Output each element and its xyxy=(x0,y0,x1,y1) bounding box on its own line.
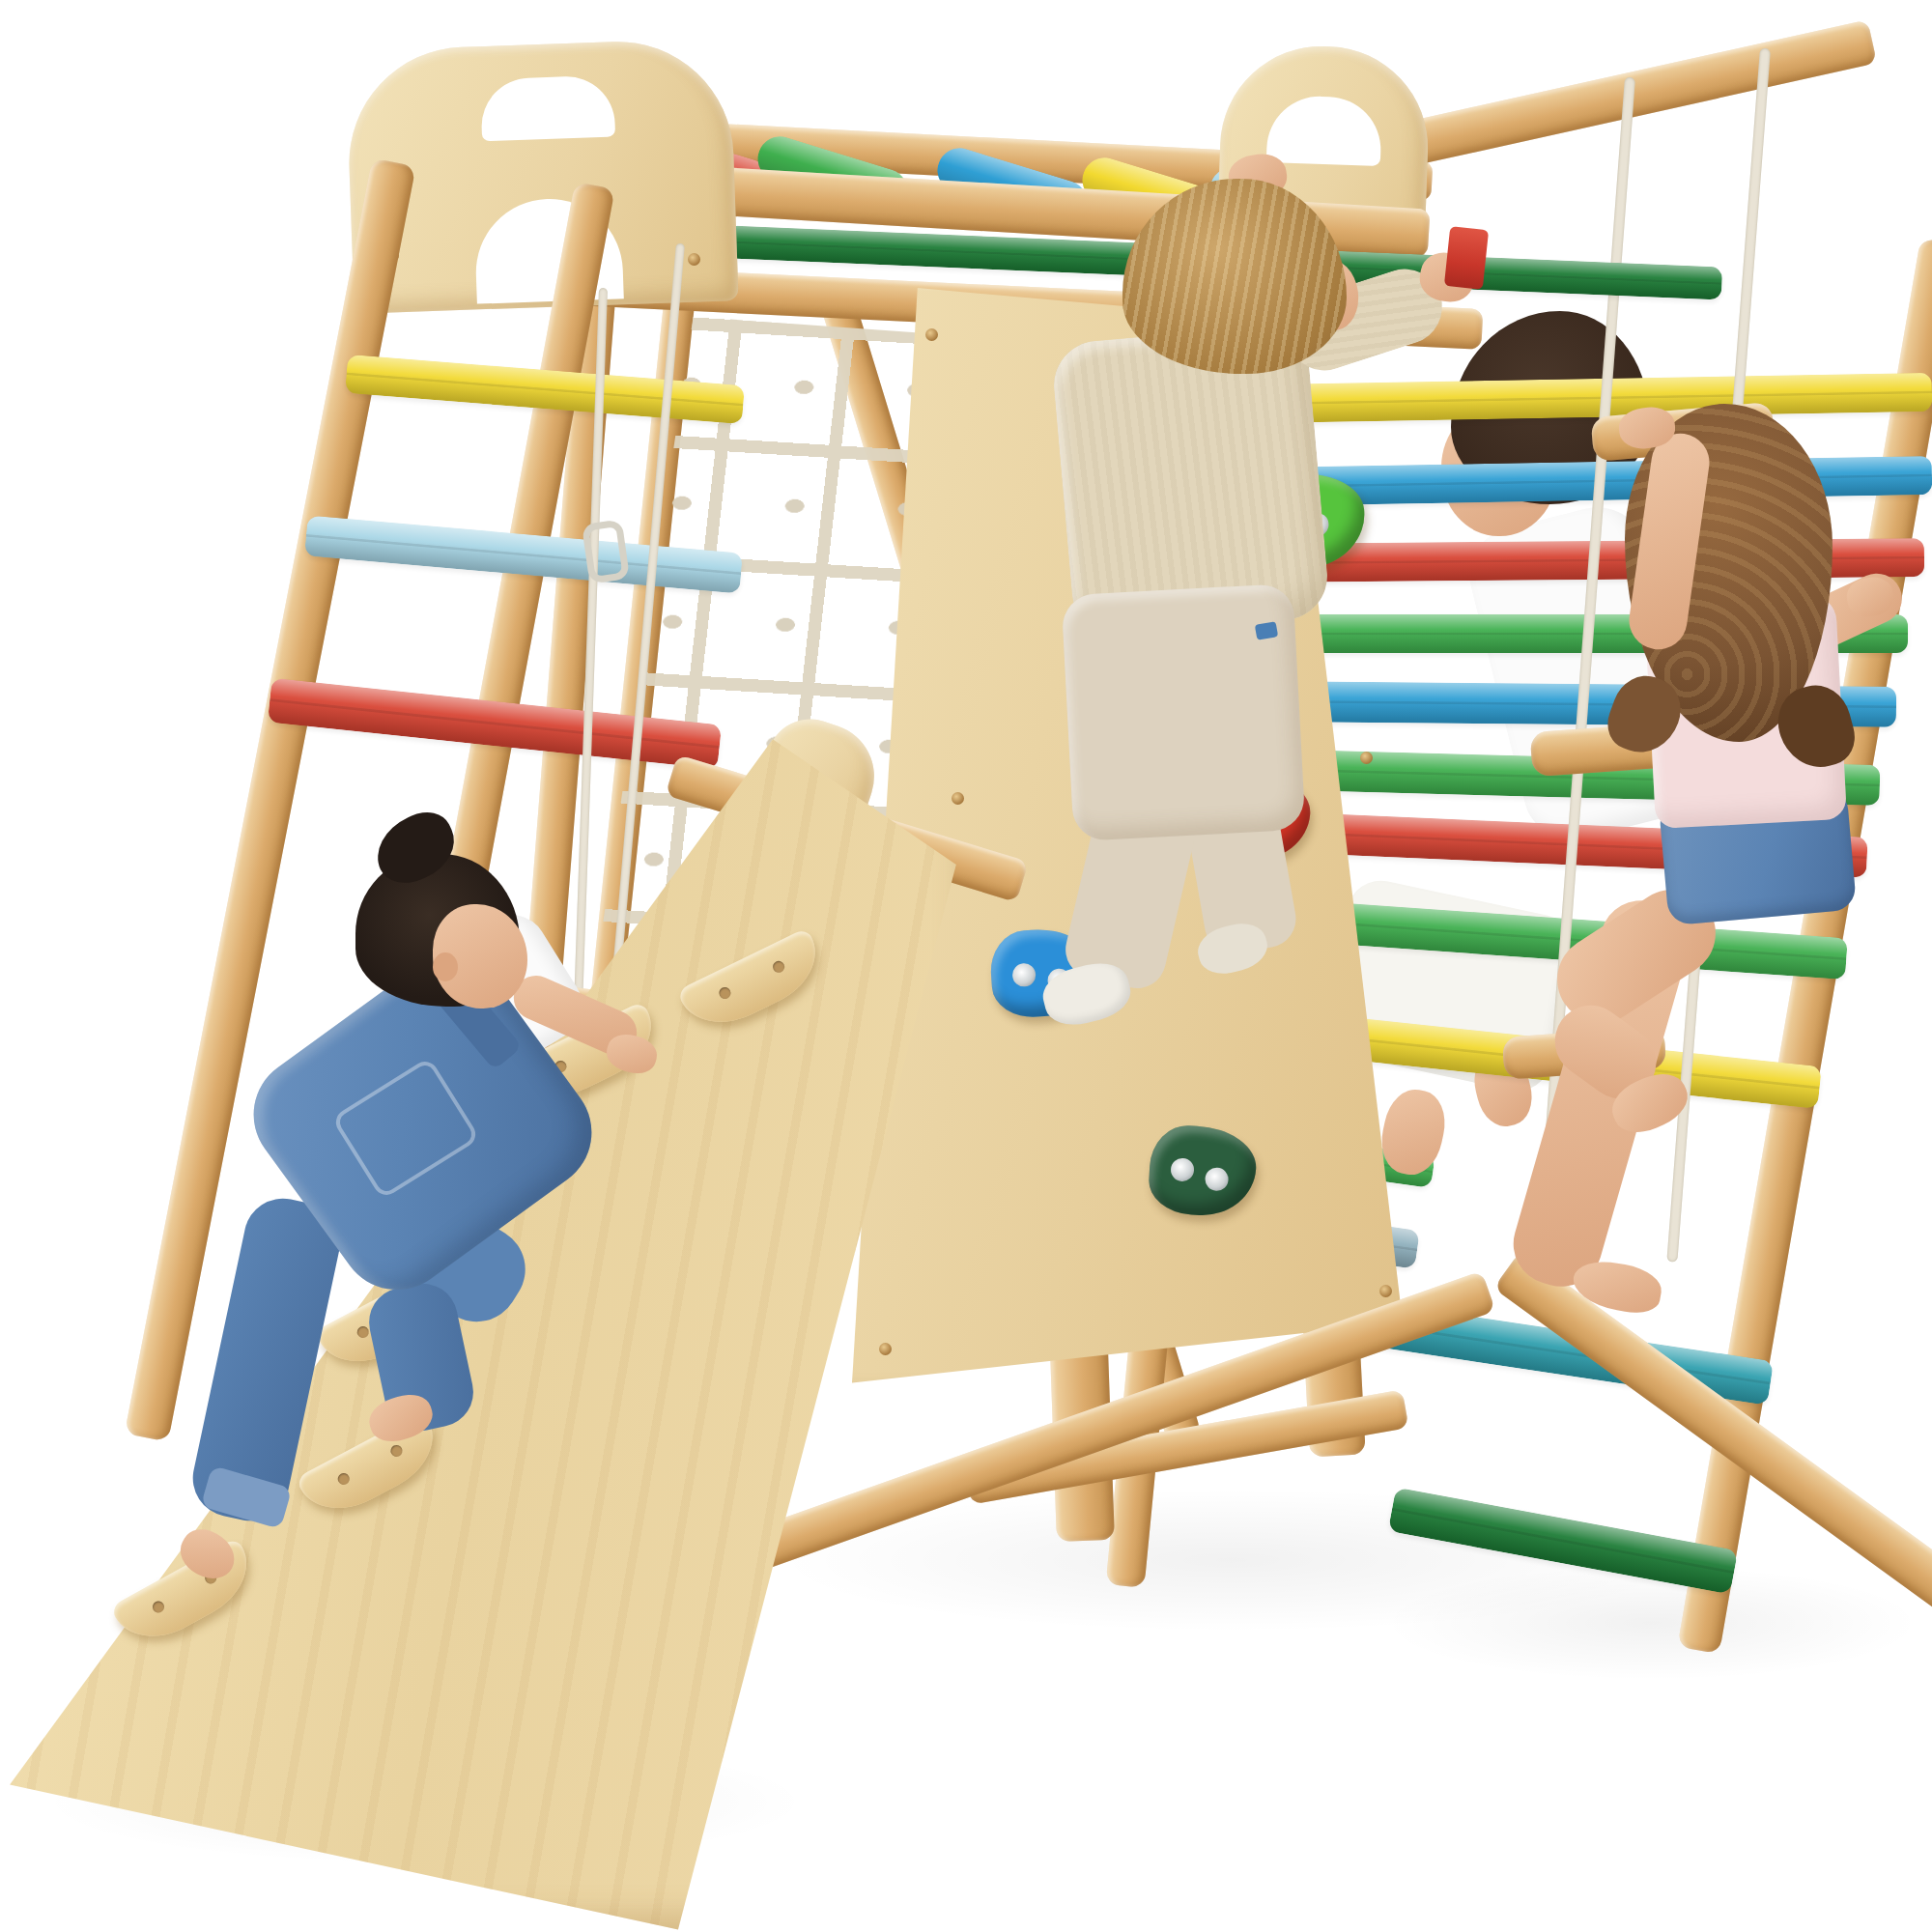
grip-screw xyxy=(336,1471,352,1487)
grip-screw xyxy=(771,959,786,975)
wall-screw xyxy=(879,1343,892,1355)
wall-screw xyxy=(952,792,964,805)
toddler-red-block xyxy=(1444,226,1489,290)
arch-screw xyxy=(688,253,700,266)
wall-screw xyxy=(1360,752,1373,764)
product-photo-canvas xyxy=(0,0,1932,1932)
top-rear-right-beam xyxy=(1396,19,1877,167)
swing-carabiner xyxy=(582,519,630,583)
grip-screw xyxy=(151,1599,166,1614)
hold-screw xyxy=(1011,963,1037,988)
wall-screw xyxy=(925,328,938,341)
girl-left-ear xyxy=(433,952,458,981)
hold-screw xyxy=(1205,1167,1229,1191)
hold-screw xyxy=(1170,1157,1194,1181)
grip-screw xyxy=(388,1443,404,1459)
floor-shadow xyxy=(1381,1565,1922,1681)
right-ladder-rung-1 xyxy=(1256,373,1932,423)
wall-screw xyxy=(1379,1285,1392,1297)
grip-screw xyxy=(717,985,732,1001)
